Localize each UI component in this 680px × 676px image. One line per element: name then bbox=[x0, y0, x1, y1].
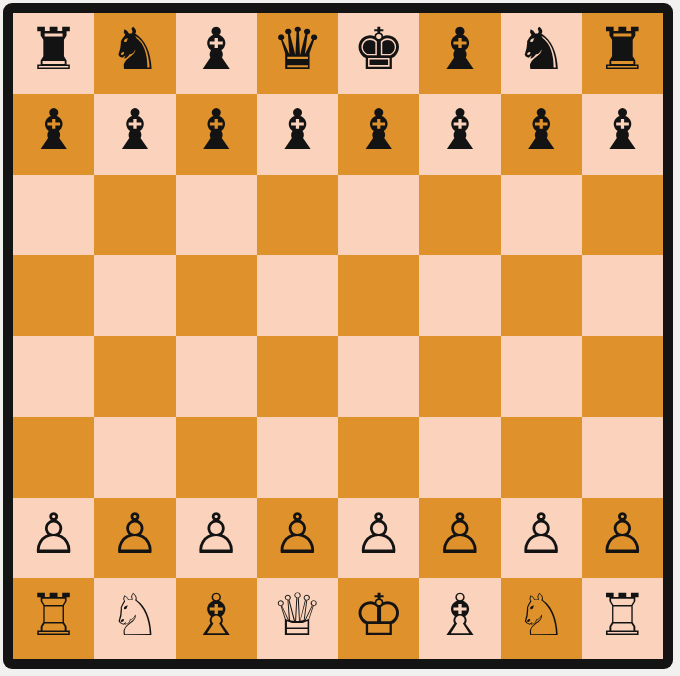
piece-black-bishop[interactable]: ♝ bbox=[597, 102, 647, 158]
board-frame: ♜♞♝♛♚♝♞♜♝♝♝♝♝♝♝♝♙♙♙♙♙♙♙♙♖♘♗♕♔♗♘♖ bbox=[3, 3, 673, 669]
piece-white-knight[interactable]: ♘ bbox=[515, 586, 567, 644]
square-b8[interactable]: ♞ bbox=[94, 13, 175, 94]
square-d3[interactable] bbox=[257, 417, 338, 498]
piece-white-pawn[interactable]: ♙ bbox=[597, 506, 647, 562]
square-c1[interactable]: ♗ bbox=[176, 578, 257, 659]
piece-white-queen[interactable]: ♕ bbox=[271, 586, 323, 644]
square-b3[interactable] bbox=[94, 417, 175, 498]
square-h1[interactable]: ♖ bbox=[582, 578, 663, 659]
square-c7[interactable]: ♝ bbox=[176, 94, 257, 175]
piece-white-pawn[interactable]: ♙ bbox=[191, 506, 241, 562]
square-a6[interactable] bbox=[13, 175, 94, 256]
square-d4[interactable] bbox=[257, 336, 338, 417]
chess-board: ♜♞♝♛♚♝♞♜♝♝♝♝♝♝♝♝♙♙♙♙♙♙♙♙♖♘♗♕♔♗♘♖ bbox=[13, 13, 663, 659]
piece-white-rook[interactable]: ♖ bbox=[596, 586, 648, 644]
square-e3[interactable] bbox=[338, 417, 419, 498]
square-a3[interactable] bbox=[13, 417, 94, 498]
piece-black-bishop[interactable]: ♝ bbox=[29, 102, 79, 158]
square-d7[interactable]: ♝ bbox=[257, 94, 338, 175]
square-a2[interactable]: ♙ bbox=[13, 498, 94, 579]
square-f3[interactable] bbox=[419, 417, 500, 498]
piece-white-knight[interactable]: ♘ bbox=[109, 586, 161, 644]
square-g7[interactable]: ♝ bbox=[501, 94, 582, 175]
square-c5[interactable] bbox=[176, 255, 257, 336]
piece-white-king[interactable]: ♔ bbox=[353, 586, 405, 644]
square-g2[interactable]: ♙ bbox=[501, 498, 582, 579]
square-b2[interactable]: ♙ bbox=[94, 498, 175, 579]
square-c3[interactable] bbox=[176, 417, 257, 498]
square-d6[interactable] bbox=[257, 175, 338, 256]
square-c8[interactable]: ♝ bbox=[176, 13, 257, 94]
square-a4[interactable] bbox=[13, 336, 94, 417]
square-g1[interactable]: ♘ bbox=[501, 578, 582, 659]
square-b5[interactable] bbox=[94, 255, 175, 336]
square-f6[interactable] bbox=[419, 175, 500, 256]
piece-white-bishop[interactable]: ♗ bbox=[190, 586, 242, 644]
piece-black-knight[interactable]: ♞ bbox=[109, 20, 161, 78]
piece-black-bishop[interactable]: ♝ bbox=[110, 102, 160, 158]
piece-white-bishop[interactable]: ♗ bbox=[434, 586, 486, 644]
square-d2[interactable]: ♙ bbox=[257, 498, 338, 579]
square-e1[interactable]: ♔ bbox=[338, 578, 419, 659]
piece-black-bishop[interactable]: ♝ bbox=[272, 102, 322, 158]
square-g5[interactable] bbox=[501, 255, 582, 336]
square-f1[interactable]: ♗ bbox=[419, 578, 500, 659]
square-d5[interactable] bbox=[257, 255, 338, 336]
square-g8[interactable]: ♞ bbox=[501, 13, 582, 94]
square-h7[interactable]: ♝ bbox=[582, 94, 663, 175]
piece-black-rook[interactable]: ♜ bbox=[596, 20, 648, 78]
piece-black-knight[interactable]: ♞ bbox=[515, 20, 567, 78]
square-c4[interactable] bbox=[176, 336, 257, 417]
piece-white-pawn[interactable]: ♙ bbox=[435, 506, 485, 562]
square-e7[interactable]: ♝ bbox=[338, 94, 419, 175]
square-b4[interactable] bbox=[94, 336, 175, 417]
square-d1[interactable]: ♕ bbox=[257, 578, 338, 659]
square-e5[interactable] bbox=[338, 255, 419, 336]
square-e6[interactable] bbox=[338, 175, 419, 256]
piece-white-pawn[interactable]: ♙ bbox=[272, 506, 322, 562]
square-h2[interactable]: ♙ bbox=[582, 498, 663, 579]
square-h8[interactable]: ♜ bbox=[582, 13, 663, 94]
square-h4[interactable] bbox=[582, 336, 663, 417]
square-b1[interactable]: ♘ bbox=[94, 578, 175, 659]
square-e4[interactable] bbox=[338, 336, 419, 417]
square-f4[interactable] bbox=[419, 336, 500, 417]
piece-white-pawn[interactable]: ♙ bbox=[110, 506, 160, 562]
piece-white-pawn[interactable]: ♙ bbox=[354, 506, 404, 562]
piece-black-bishop[interactable]: ♝ bbox=[435, 102, 485, 158]
square-d8[interactable]: ♛ bbox=[257, 13, 338, 94]
square-f5[interactable] bbox=[419, 255, 500, 336]
square-e2[interactable]: ♙ bbox=[338, 498, 419, 579]
piece-black-queen[interactable]: ♛ bbox=[271, 20, 323, 78]
square-a8[interactable]: ♜ bbox=[13, 13, 94, 94]
square-c6[interactable] bbox=[176, 175, 257, 256]
square-g3[interactable] bbox=[501, 417, 582, 498]
piece-black-bishop[interactable]: ♝ bbox=[191, 102, 241, 158]
square-f8[interactable]: ♝ bbox=[419, 13, 500, 94]
square-g4[interactable] bbox=[501, 336, 582, 417]
piece-black-bishop[interactable]: ♝ bbox=[190, 20, 242, 78]
piece-white-rook[interactable]: ♖ bbox=[28, 586, 80, 644]
square-a5[interactable] bbox=[13, 255, 94, 336]
chessboard-screenshot: ♜♞♝♛♚♝♞♜♝♝♝♝♝♝♝♝♙♙♙♙♙♙♙♙♖♘♗♕♔♗♘♖ bbox=[0, 0, 680, 676]
piece-black-bishop[interactable]: ♝ bbox=[354, 102, 404, 158]
square-h3[interactable] bbox=[582, 417, 663, 498]
square-e8[interactable]: ♚ bbox=[338, 13, 419, 94]
square-c2[interactable]: ♙ bbox=[176, 498, 257, 579]
square-b6[interactable] bbox=[94, 175, 175, 256]
piece-white-pawn[interactable]: ♙ bbox=[29, 506, 79, 562]
square-f2[interactable]: ♙ bbox=[419, 498, 500, 579]
piece-black-king[interactable]: ♚ bbox=[353, 20, 405, 78]
square-h6[interactable] bbox=[582, 175, 663, 256]
square-h5[interactable] bbox=[582, 255, 663, 336]
square-a1[interactable]: ♖ bbox=[13, 578, 94, 659]
piece-black-bishop[interactable]: ♝ bbox=[434, 20, 486, 78]
piece-white-pawn[interactable]: ♙ bbox=[516, 506, 566, 562]
square-a7[interactable]: ♝ bbox=[13, 94, 94, 175]
square-f7[interactable]: ♝ bbox=[419, 94, 500, 175]
square-g6[interactable] bbox=[501, 175, 582, 256]
square-b7[interactable]: ♝ bbox=[94, 94, 175, 175]
piece-black-rook[interactable]: ♜ bbox=[28, 20, 80, 78]
piece-black-bishop[interactable]: ♝ bbox=[516, 102, 566, 158]
